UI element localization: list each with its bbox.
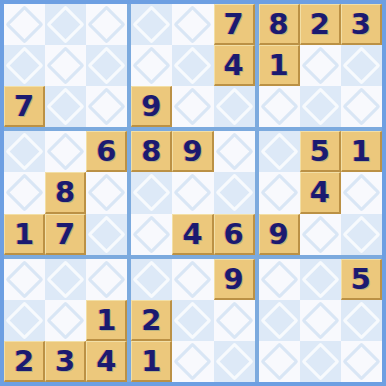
- diamond-decoration: [215, 342, 253, 380]
- diamond-decoration: [5, 5, 43, 43]
- diamond-decoration: [342, 301, 380, 339]
- cell-r4c9: 1: [341, 131, 382, 172]
- diamond-decoration: [174, 47, 212, 85]
- diamond-decoration: [47, 5, 85, 43]
- cell-r4c7[interactable]: [259, 131, 300, 172]
- cell-r8c3: 1: [86, 300, 127, 341]
- cell-r8c6[interactable]: [214, 300, 255, 341]
- diamond-decoration: [88, 174, 126, 212]
- diamond-decoration: [342, 174, 380, 212]
- cell-r3c7[interactable]: [259, 86, 300, 127]
- box-6: 5149: [259, 131, 382, 254]
- cell-r4c3: 6: [86, 131, 127, 172]
- box-5: 8946: [131, 131, 254, 254]
- cell-r7c2[interactable]: [45, 259, 86, 300]
- cell-r7c1[interactable]: [4, 259, 45, 300]
- diamond-decoration: [215, 301, 253, 339]
- diamond-decoration: [260, 342, 298, 380]
- diamond-decoration: [260, 301, 298, 339]
- cell-r7c4[interactable]: [131, 259, 172, 300]
- cell-r7c5[interactable]: [172, 259, 213, 300]
- diamond-decoration: [342, 47, 380, 85]
- diamond-decoration: [133, 215, 171, 253]
- diamond-decoration: [133, 47, 171, 85]
- diamond-decoration: [5, 260, 43, 298]
- diamond-decoration: [215, 133, 253, 171]
- diamond-decoration: [5, 174, 43, 212]
- diamond-decoration: [301, 260, 339, 298]
- cell-r4c6[interactable]: [214, 131, 255, 172]
- cell-r7c8[interactable]: [300, 259, 341, 300]
- cell-r2c5[interactable]: [172, 45, 213, 86]
- diamond-decoration: [88, 260, 126, 298]
- diamond-decoration: [5, 301, 43, 339]
- cell-r7c9: 5: [341, 259, 382, 300]
- diamond-decoration: [47, 260, 85, 298]
- diamond-decoration: [174, 342, 212, 380]
- cell-r8c2[interactable]: [45, 300, 86, 341]
- cell-r9c4: 1: [131, 341, 172, 382]
- diamond-decoration: [47, 133, 85, 171]
- cell-r1c2[interactable]: [45, 4, 86, 45]
- cell-r4c8: 5: [300, 131, 341, 172]
- diamond-decoration: [133, 174, 171, 212]
- cell-r3c9[interactable]: [341, 86, 382, 127]
- diamond-decoration: [133, 5, 171, 43]
- cell-r1c8: 2: [300, 4, 341, 45]
- cell-r6c7: 9: [259, 214, 300, 255]
- cell-r2c9[interactable]: [341, 45, 382, 86]
- diamond-decoration: [215, 174, 253, 212]
- cell-r9c2: 3: [45, 341, 86, 382]
- cell-r5c3[interactable]: [86, 172, 127, 213]
- diamond-decoration: [174, 260, 212, 298]
- box-2: 749: [131, 4, 254, 127]
- cell-r8c4: 2: [131, 300, 172, 341]
- diamond-decoration: [88, 88, 126, 126]
- cell-r6c1: 1: [4, 214, 45, 255]
- box-8: 921: [131, 259, 254, 382]
- cell-r4c2[interactable]: [45, 131, 86, 172]
- cell-r2c1[interactable]: [4, 45, 45, 86]
- cell-r8c8[interactable]: [300, 300, 341, 341]
- diamond-decoration: [88, 5, 126, 43]
- diamond-decoration: [47, 47, 85, 85]
- diamond-decoration: [301, 47, 339, 85]
- cell-r3c1: 7: [4, 86, 45, 127]
- cell-r5c2: 8: [45, 172, 86, 213]
- diamond-decoration: [174, 88, 212, 126]
- diamond-decoration: [174, 174, 212, 212]
- cell-r2c4[interactable]: [131, 45, 172, 86]
- cell-r1c5[interactable]: [172, 4, 213, 45]
- cell-r1c9: 3: [341, 4, 382, 45]
- cell-r8c1[interactable]: [4, 300, 45, 341]
- cell-r7c6: 9: [214, 259, 255, 300]
- cell-r1c1[interactable]: [4, 4, 45, 45]
- diamond-decoration: [215, 88, 253, 126]
- cell-r3c6[interactable]: [214, 86, 255, 127]
- diamond-decoration: [260, 260, 298, 298]
- cell-r3c3[interactable]: [86, 86, 127, 127]
- cell-r2c6: 4: [214, 45, 255, 86]
- box-7: 1234: [4, 259, 127, 382]
- cell-r2c3[interactable]: [86, 45, 127, 86]
- cell-r6c6: 6: [214, 214, 255, 255]
- diamond-decoration: [174, 301, 212, 339]
- cell-r6c3[interactable]: [86, 214, 127, 255]
- cell-r5c1[interactable]: [4, 172, 45, 213]
- box-9: 5: [259, 259, 382, 382]
- cell-r1c3[interactable]: [86, 4, 127, 45]
- cell-r4c4: 8: [131, 131, 172, 172]
- cell-r9c3: 4: [86, 341, 127, 382]
- cell-r8c9[interactable]: [341, 300, 382, 341]
- cell-r2c8[interactable]: [300, 45, 341, 86]
- sudoku-board: 7749823168178946514912349215: [0, 0, 386, 386]
- cell-r9c7[interactable]: [259, 341, 300, 382]
- cell-r9c8[interactable]: [300, 341, 341, 382]
- cell-r5c5[interactable]: [172, 172, 213, 213]
- cell-r6c5: 4: [172, 214, 213, 255]
- diamond-decoration: [260, 174, 298, 212]
- cell-r9c1: 2: [4, 341, 45, 382]
- box-1: 7: [4, 4, 127, 127]
- diamond-decoration: [301, 88, 339, 126]
- diamond-decoration: [47, 88, 85, 126]
- cell-r5c6[interactable]: [214, 172, 255, 213]
- cell-r5c9[interactable]: [341, 172, 382, 213]
- diamond-decoration: [5, 133, 43, 171]
- cell-r5c7[interactable]: [259, 172, 300, 213]
- cell-r2c7: 1: [259, 45, 300, 86]
- cell-r1c4[interactable]: [131, 4, 172, 45]
- diamond-decoration: [342, 342, 380, 380]
- diamond-decoration: [342, 88, 380, 126]
- cell-r3c8[interactable]: [300, 86, 341, 127]
- diamond-decoration: [88, 215, 126, 253]
- diamond-decoration: [88, 47, 126, 85]
- cell-r6c9[interactable]: [341, 214, 382, 255]
- diamond-decoration: [174, 5, 212, 43]
- cell-r6c8[interactable]: [300, 214, 341, 255]
- diamond-decoration: [342, 215, 380, 253]
- cell-r8c7[interactable]: [259, 300, 300, 341]
- cell-r6c2: 7: [45, 214, 86, 255]
- box-4: 6817: [4, 131, 127, 254]
- box-3: 8231: [259, 4, 382, 127]
- diamond-decoration: [5, 47, 43, 85]
- cell-r7c7[interactable]: [259, 259, 300, 300]
- diamond-decoration: [260, 133, 298, 171]
- cell-r5c4[interactable]: [131, 172, 172, 213]
- cell-r5c8: 4: [300, 172, 341, 213]
- cell-r3c4: 9: [131, 86, 172, 127]
- diamond-decoration: [301, 342, 339, 380]
- cell-r1c7: 8: [259, 4, 300, 45]
- cell-r3c2[interactable]: [45, 86, 86, 127]
- cell-r2c2[interactable]: [45, 45, 86, 86]
- diamond-decoration: [133, 260, 171, 298]
- diamond-decoration: [301, 301, 339, 339]
- cell-r9c5[interactable]: [172, 341, 213, 382]
- diamond-decoration: [47, 301, 85, 339]
- cell-r4c1[interactable]: [4, 131, 45, 172]
- cell-r1c6: 7: [214, 4, 255, 45]
- cell-r6c4[interactable]: [131, 214, 172, 255]
- cell-r4c5: 9: [172, 131, 213, 172]
- cell-r8c5[interactable]: [172, 300, 213, 341]
- diamond-decoration: [260, 88, 298, 126]
- cell-r3c5[interactable]: [172, 86, 213, 127]
- cell-r9c9[interactable]: [341, 341, 382, 382]
- cell-r9c6[interactable]: [214, 341, 255, 382]
- cell-r7c3[interactable]: [86, 259, 127, 300]
- diamond-decoration: [301, 215, 339, 253]
